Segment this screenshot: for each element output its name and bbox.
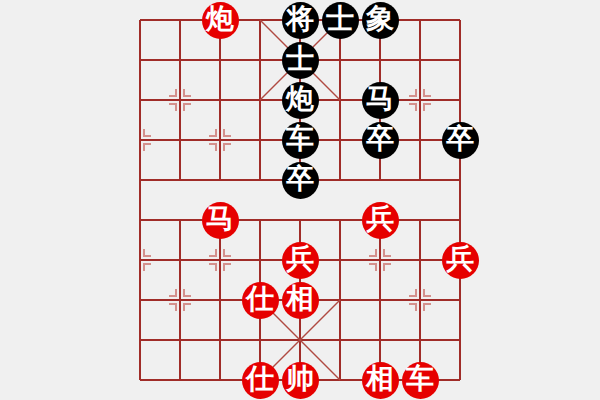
piece-red-advisor[interactable]: 仕	[242, 362, 279, 399]
piece-black-soldier[interactable]: 卒	[282, 162, 319, 199]
piece-label: 士	[326, 5, 354, 33]
piece-label: 仕	[246, 285, 274, 313]
piece-label: 马	[206, 205, 234, 233]
piece-black-advisor[interactable]: 士	[322, 2, 359, 39]
piece-label: 车	[286, 125, 314, 153]
piece-black-advisor[interactable]: 士	[282, 42, 319, 79]
piece-label: 相	[286, 285, 314, 313]
xiangqi-board[interactable]: 炮将士象士炮马车卒卒卒马兵兵兵仕相仕帅相车	[0, 0, 600, 400]
piece-red-cannon[interactable]: 炮	[202, 2, 239, 39]
piece-label: 车	[406, 365, 434, 393]
piece-black-soldier[interactable]: 卒	[442, 122, 479, 159]
piece-label: 卒	[366, 125, 394, 153]
piece-black-chariot[interactable]: 车	[282, 122, 319, 159]
piece-red-horse[interactable]: 马	[202, 202, 239, 239]
piece-red-king[interactable]: 帅	[282, 362, 319, 399]
piece-black-soldier[interactable]: 卒	[362, 122, 399, 159]
piece-label: 仕	[246, 365, 274, 393]
pieces-layer: 炮将士象士炮马车卒卒卒马兵兵兵仕相仕帅相车	[120, 0, 480, 400]
piece-red-elephant[interactable]: 相	[282, 282, 319, 319]
piece-black-horse[interactable]: 马	[362, 82, 399, 119]
piece-label: 卒	[446, 125, 474, 153]
piece-red-chariot[interactable]: 车	[402, 362, 439, 399]
app-background: 炮将士象士炮马车卒卒卒马兵兵兵仕相仕帅相车	[0, 0, 600, 400]
piece-red-soldier[interactable]: 兵	[442, 242, 479, 279]
piece-label: 相	[366, 365, 394, 393]
piece-label: 炮	[286, 85, 314, 113]
piece-label: 卒	[286, 165, 314, 193]
piece-black-elephant[interactable]: 象	[362, 2, 399, 39]
piece-red-elephant[interactable]: 相	[362, 362, 399, 399]
piece-label: 马	[366, 85, 394, 113]
piece-label: 兵	[286, 245, 314, 273]
piece-label: 兵	[366, 205, 394, 233]
piece-label: 象	[366, 5, 394, 33]
piece-label: 士	[286, 45, 314, 73]
piece-label: 帅	[286, 365, 314, 393]
piece-red-soldier[interactable]: 兵	[362, 202, 399, 239]
piece-black-cannon[interactable]: 炮	[282, 82, 319, 119]
piece-black-general[interactable]: 将	[282, 2, 319, 39]
piece-red-soldier[interactable]: 兵	[282, 242, 319, 279]
piece-label: 将	[286, 5, 314, 33]
piece-label: 兵	[446, 245, 474, 273]
piece-label: 炮	[206, 5, 234, 33]
piece-red-advisor[interactable]: 仕	[242, 282, 279, 319]
